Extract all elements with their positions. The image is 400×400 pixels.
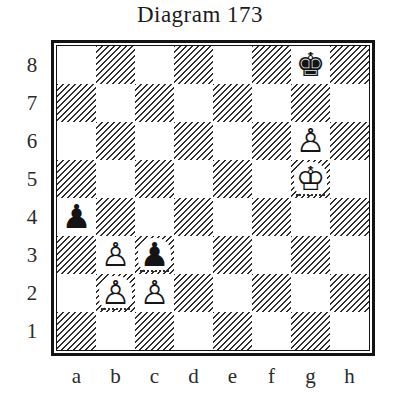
square-h1[interactable] — [330, 312, 369, 350]
white-pawn-c2[interactable]: ♙ — [135, 274, 174, 312]
square-d3[interactable] — [174, 236, 213, 274]
board-grid: ♚♙♔♟♙♟♙♙ — [56, 45, 370, 351]
square-a5[interactable] — [57, 160, 96, 198]
square-h4[interactable] — [330, 198, 369, 236]
white-king-g5[interactable]: ♔ — [291, 160, 330, 198]
square-a1[interactable] — [57, 312, 96, 350]
square-h8[interactable] — [330, 46, 369, 84]
square-a4[interactable]: ♟ — [57, 198, 96, 236]
square-e1[interactable] — [213, 312, 252, 350]
rank-label-3: 3 — [20, 236, 44, 274]
square-g1[interactable] — [291, 312, 330, 350]
square-b1[interactable] — [96, 312, 135, 350]
square-e3[interactable] — [213, 236, 252, 274]
black-pawn-a4[interactable]: ♟ — [57, 198, 96, 236]
rank-label-4: 4 — [20, 198, 44, 236]
square-b5[interactable] — [96, 160, 135, 198]
square-g4[interactable] — [291, 198, 330, 236]
rank-labels: 87654321 — [20, 46, 44, 350]
square-f3[interactable] — [252, 236, 291, 274]
white-pawn-b3[interactable]: ♙ — [96, 236, 135, 274]
rank-label-2: 2 — [20, 274, 44, 312]
square-f8[interactable] — [252, 46, 291, 84]
square-e4[interactable] — [213, 198, 252, 236]
square-b4[interactable] — [96, 198, 135, 236]
square-e6[interactable] — [213, 122, 252, 160]
square-b6[interactable] — [96, 122, 135, 160]
square-e8[interactable] — [213, 46, 252, 84]
square-c6[interactable] — [135, 122, 174, 160]
black-king-g8[interactable]: ♚ — [291, 46, 330, 84]
square-a3[interactable] — [57, 236, 96, 274]
square-d5[interactable] — [174, 160, 213, 198]
rank-label-8: 8 — [20, 46, 44, 84]
square-f4[interactable] — [252, 198, 291, 236]
square-c4[interactable] — [135, 198, 174, 236]
square-h6[interactable] — [330, 122, 369, 160]
square-d7[interactable] — [174, 84, 213, 122]
file-label-c: c — [135, 361, 174, 391]
file-label-e: e — [213, 361, 252, 391]
square-c2[interactable]: ♙ — [135, 274, 174, 312]
square-g5[interactable]: ♔ — [291, 160, 330, 198]
square-g7[interactable] — [291, 84, 330, 122]
rank-label-1: 1 — [20, 312, 44, 350]
square-b2[interactable]: ♙ — [96, 274, 135, 312]
rank-label-5: 5 — [20, 160, 44, 198]
file-label-a: a — [57, 361, 96, 391]
white-pawn-b2[interactable]: ♙ — [96, 274, 135, 312]
square-h2[interactable] — [330, 274, 369, 312]
rank-label-6: 6 — [20, 122, 44, 160]
square-h7[interactable] — [330, 84, 369, 122]
white-pawn-g6[interactable]: ♙ — [291, 122, 330, 160]
diagram-title: Diagram 173 — [0, 2, 400, 28]
square-f6[interactable] — [252, 122, 291, 160]
file-labels: abcdefgh — [57, 361, 369, 391]
square-f2[interactable] — [252, 274, 291, 312]
square-a8[interactable] — [57, 46, 96, 84]
rank-label-7: 7 — [20, 84, 44, 122]
square-f7[interactable] — [252, 84, 291, 122]
square-g8[interactable]: ♚ — [291, 46, 330, 84]
square-e5[interactable] — [213, 160, 252, 198]
file-label-f: f — [252, 361, 291, 391]
file-label-h: h — [330, 361, 369, 391]
square-d8[interactable] — [174, 46, 213, 84]
square-h3[interactable] — [330, 236, 369, 274]
square-h5[interactable] — [330, 160, 369, 198]
square-c7[interactable] — [135, 84, 174, 122]
square-c3[interactable]: ♟ — [135, 236, 174, 274]
square-c5[interactable] — [135, 160, 174, 198]
square-c1[interactable] — [135, 312, 174, 350]
square-g2[interactable] — [291, 274, 330, 312]
file-label-d: d — [174, 361, 213, 391]
chess-board: ♚♙♔♟♙♟♙♙ — [51, 40, 375, 356]
square-e7[interactable] — [213, 84, 252, 122]
square-g6[interactable]: ♙ — [291, 122, 330, 160]
square-b7[interactable] — [96, 84, 135, 122]
square-d6[interactable] — [174, 122, 213, 160]
square-a7[interactable] — [57, 84, 96, 122]
square-c8[interactable] — [135, 46, 174, 84]
square-g3[interactable] — [291, 236, 330, 274]
square-b8[interactable] — [96, 46, 135, 84]
square-e2[interactable] — [213, 274, 252, 312]
file-label-g: g — [291, 361, 330, 391]
square-a6[interactable] — [57, 122, 96, 160]
square-f5[interactable] — [252, 160, 291, 198]
square-f1[interactable] — [252, 312, 291, 350]
diagram-page: Diagram 173 87654321 ♚♙♔♟♙♟♙♙ abcdefgh — [0, 0, 400, 400]
square-a2[interactable] — [57, 274, 96, 312]
file-label-b: b — [96, 361, 135, 391]
square-d4[interactable] — [174, 198, 213, 236]
black-pawn-c3[interactable]: ♟ — [135, 236, 174, 274]
square-b3[interactable]: ♙ — [96, 236, 135, 274]
square-d2[interactable] — [174, 274, 213, 312]
square-d1[interactable] — [174, 312, 213, 350]
